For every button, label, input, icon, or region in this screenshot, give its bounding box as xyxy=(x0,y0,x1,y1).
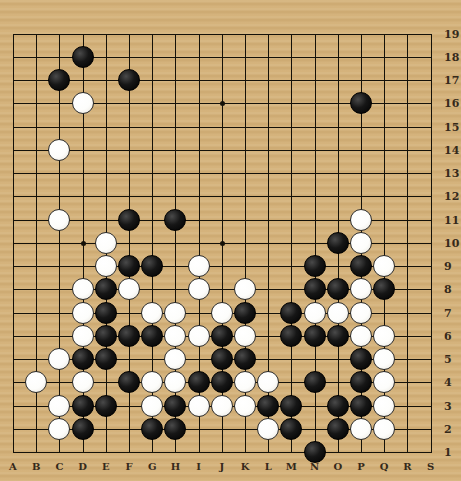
black-stone-D2[interactable] xyxy=(72,418,94,440)
white-stone-J3[interactable] xyxy=(211,395,233,417)
star-point xyxy=(81,241,86,246)
black-stone-G9[interactable] xyxy=(141,255,163,277)
black-stone-L3[interactable] xyxy=(257,395,279,417)
black-stone-D18[interactable] xyxy=(72,46,94,68)
black-stone-J6[interactable] xyxy=(211,325,233,347)
white-stone-I9[interactable] xyxy=(188,255,210,277)
column-label-O: O xyxy=(331,461,345,472)
row-label-18: 18 xyxy=(444,51,461,64)
black-stone-P3[interactable] xyxy=(350,395,372,417)
black-stone-N9[interactable] xyxy=(304,255,326,277)
white-stone-D7[interactable] xyxy=(72,302,94,324)
row-label-15: 15 xyxy=(444,121,461,134)
grid-line xyxy=(407,34,408,454)
white-stone-G4[interactable] xyxy=(141,371,163,393)
white-stone-G7[interactable] xyxy=(141,302,163,324)
white-stone-P11[interactable] xyxy=(350,209,372,231)
black-stone-E6[interactable] xyxy=(95,325,117,347)
black-stone-P9[interactable] xyxy=(350,255,372,277)
white-stone-I3[interactable] xyxy=(188,395,210,417)
white-stone-C5[interactable] xyxy=(48,348,70,370)
black-stone-E5[interactable] xyxy=(95,348,117,370)
black-stone-O10[interactable] xyxy=(327,232,349,254)
white-stone-C2[interactable] xyxy=(48,418,70,440)
white-stone-D16[interactable] xyxy=(72,92,94,114)
column-label-A: A xyxy=(6,461,20,472)
column-label-R: R xyxy=(400,461,414,472)
column-label-E: E xyxy=(99,461,113,472)
white-stone-H5[interactable] xyxy=(164,348,186,370)
column-label-D: D xyxy=(76,461,90,472)
row-label-14: 14 xyxy=(444,144,461,157)
black-stone-O6[interactable] xyxy=(327,325,349,347)
white-stone-K6[interactable] xyxy=(234,325,256,347)
column-label-I: I xyxy=(192,461,206,472)
black-stone-P4[interactable] xyxy=(350,371,372,393)
white-stone-P10[interactable] xyxy=(350,232,372,254)
row-label-1: 1 xyxy=(444,446,461,459)
black-stone-N4[interactable] xyxy=(304,371,326,393)
white-stone-H4[interactable] xyxy=(164,371,186,393)
white-stone-D8[interactable] xyxy=(72,278,94,300)
white-stone-Q3[interactable] xyxy=(373,395,395,417)
black-stone-Q8[interactable] xyxy=(373,278,395,300)
black-stone-N6[interactable] xyxy=(304,325,326,347)
row-label-12: 12 xyxy=(444,190,461,203)
black-stone-O3[interactable] xyxy=(327,395,349,417)
white-stone-C3[interactable] xyxy=(48,395,70,417)
white-stone-D6[interactable] xyxy=(72,325,94,347)
column-label-J: J xyxy=(215,461,229,472)
black-stone-F4[interactable] xyxy=(118,371,140,393)
white-stone-I6[interactable] xyxy=(188,325,210,347)
white-stone-G3[interactable] xyxy=(141,395,163,417)
black-stone-F17[interactable] xyxy=(118,69,140,91)
black-stone-H2[interactable] xyxy=(164,418,186,440)
black-stone-O2[interactable] xyxy=(327,418,349,440)
column-label-P: P xyxy=(354,461,368,472)
row-label-11: 11 xyxy=(444,214,461,227)
black-stone-E3[interactable] xyxy=(95,395,117,417)
black-stone-G2[interactable] xyxy=(141,418,163,440)
black-stone-D5[interactable] xyxy=(72,348,94,370)
white-stone-C14[interactable] xyxy=(48,139,70,161)
white-stone-Q6[interactable] xyxy=(373,325,395,347)
black-stone-M2[interactable] xyxy=(280,418,302,440)
black-stone-H11[interactable] xyxy=(164,209,186,231)
column-label-N: N xyxy=(308,461,322,472)
black-stone-P5[interactable] xyxy=(350,348,372,370)
black-stone-I4[interactable] xyxy=(188,371,210,393)
black-stone-E7[interactable] xyxy=(95,302,117,324)
row-label-8: 8 xyxy=(444,283,461,296)
white-stone-L2[interactable] xyxy=(257,418,279,440)
black-stone-K5[interactable] xyxy=(234,348,256,370)
row-label-2: 2 xyxy=(444,423,461,436)
black-stone-C17[interactable] xyxy=(48,69,70,91)
column-label-H: H xyxy=(168,461,182,472)
white-stone-H6[interactable] xyxy=(164,325,186,347)
column-label-G: G xyxy=(145,461,159,472)
white-stone-K3[interactable] xyxy=(234,395,256,417)
black-stone-F11[interactable] xyxy=(118,209,140,231)
row-label-3: 3 xyxy=(444,400,461,413)
black-stone-G6[interactable] xyxy=(141,325,163,347)
black-stone-J5[interactable] xyxy=(211,348,233,370)
white-stone-P6[interactable] xyxy=(350,325,372,347)
star-point xyxy=(220,241,225,246)
row-label-17: 17 xyxy=(444,74,461,87)
black-stone-M7[interactable] xyxy=(280,302,302,324)
black-stone-K7[interactable] xyxy=(234,302,256,324)
column-label-Q: Q xyxy=(377,461,391,472)
white-stone-D4[interactable] xyxy=(72,371,94,393)
black-stone-N1[interactable] xyxy=(304,441,326,463)
black-stone-D3[interactable] xyxy=(72,395,94,417)
white-stone-P2[interactable] xyxy=(350,418,372,440)
black-stone-J4[interactable] xyxy=(211,371,233,393)
column-label-S: S xyxy=(424,461,438,472)
grid-line xyxy=(13,452,432,453)
white-stone-J7[interactable] xyxy=(211,302,233,324)
black-stone-P16[interactable] xyxy=(350,92,372,114)
column-label-L: L xyxy=(261,461,275,472)
row-label-5: 5 xyxy=(444,353,461,366)
star-point xyxy=(220,101,225,106)
grid-line xyxy=(431,34,432,454)
black-stone-M6[interactable] xyxy=(280,325,302,347)
black-stone-F6[interactable] xyxy=(118,325,140,347)
white-stone-B4[interactable] xyxy=(25,371,47,393)
white-stone-K8[interactable] xyxy=(234,278,256,300)
white-stone-P7[interactable] xyxy=(350,302,372,324)
column-label-K: K xyxy=(238,461,252,472)
row-label-16: 16 xyxy=(444,97,461,110)
column-label-B: B xyxy=(29,461,43,472)
white-stone-H7[interactable] xyxy=(164,302,186,324)
white-stone-E9[interactable] xyxy=(95,255,117,277)
row-label-9: 9 xyxy=(444,260,461,273)
row-label-4: 4 xyxy=(444,376,461,389)
white-stone-K4[interactable] xyxy=(234,371,256,393)
row-label-13: 13 xyxy=(444,167,461,180)
row-label-7: 7 xyxy=(444,307,461,320)
column-label-M: M xyxy=(284,461,298,472)
black-stone-H3[interactable] xyxy=(164,395,186,417)
black-stone-M3[interactable] xyxy=(280,395,302,417)
white-stone-P8[interactable] xyxy=(350,278,372,300)
white-stone-E10[interactable] xyxy=(95,232,117,254)
black-stone-O8[interactable] xyxy=(327,278,349,300)
grid-line xyxy=(291,34,292,454)
white-stone-N7[interactable] xyxy=(304,302,326,324)
white-stone-F8[interactable] xyxy=(118,278,140,300)
column-label-C: C xyxy=(52,461,66,472)
white-stone-I8[interactable] xyxy=(188,278,210,300)
white-stone-Q2[interactable] xyxy=(373,418,395,440)
white-stone-Q4[interactable] xyxy=(373,371,395,393)
black-stone-N8[interactable] xyxy=(304,278,326,300)
white-stone-Q5[interactable] xyxy=(373,348,395,370)
row-label-10: 10 xyxy=(444,237,461,250)
black-stone-F9[interactable] xyxy=(118,255,140,277)
white-stone-O7[interactable] xyxy=(327,302,349,324)
column-label-F: F xyxy=(122,461,136,472)
black-stone-E8[interactable] xyxy=(95,278,117,300)
white-stone-Q9[interactable] xyxy=(373,255,395,277)
go-board-window: ABCDEFGHIJKLMNOPQRS 19181716151413121110… xyxy=(0,0,461,481)
white-stone-L4[interactable] xyxy=(257,371,279,393)
white-stone-C11[interactable] xyxy=(48,209,70,231)
row-label-6: 6 xyxy=(444,330,461,343)
row-label-19: 19 xyxy=(444,28,461,41)
